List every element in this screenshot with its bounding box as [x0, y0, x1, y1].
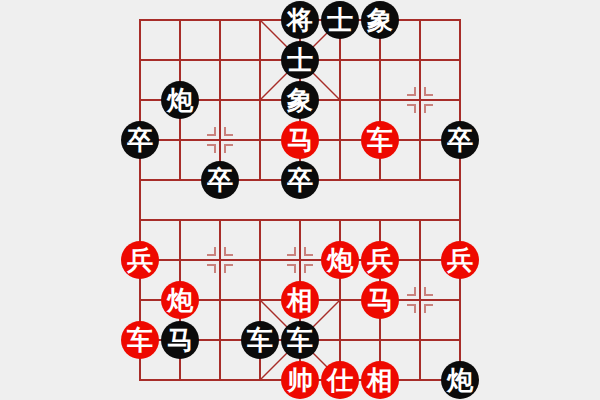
piece-black-elephant[interactable]: 象 [361, 1, 399, 39]
piece-black-cannon[interactable]: 炮 [161, 81, 199, 119]
piece-black-soldier[interactable]: 卒 [441, 121, 479, 159]
piece-red-chariot[interactable]: 车 [361, 121, 399, 159]
piece-red-soldier[interactable]: 兵 [441, 241, 479, 279]
piece-black-soldier[interactable]: 卒 [121, 121, 159, 159]
piece-black-advisor[interactable]: 士 [281, 41, 319, 79]
xiangqi-board: 将士象士炮象卒马车卒卒卒兵炮兵兵炮相马车马车车帅仕相炮 [0, 0, 600, 400]
piece-black-general[interactable]: 将 [281, 1, 319, 39]
piece-red-horse[interactable]: 马 [281, 121, 319, 159]
piece-red-cannon[interactable]: 炮 [161, 281, 199, 319]
piece-black-chariot[interactable]: 车 [281, 321, 319, 359]
piece-red-elephant[interactable]: 相 [281, 281, 319, 319]
piece-black-horse[interactable]: 马 [161, 321, 199, 359]
piece-red-chariot[interactable]: 车 [121, 321, 159, 359]
piece-red-general[interactable]: 帅 [281, 361, 319, 399]
piece-black-chariot[interactable]: 车 [241, 321, 279, 359]
piece-red-horse[interactable]: 马 [361, 281, 399, 319]
piece-black-advisor[interactable]: 士 [321, 1, 359, 39]
piece-black-cannon[interactable]: 炮 [441, 361, 479, 399]
piece-red-soldier[interactable]: 兵 [121, 241, 159, 279]
piece-black-elephant[interactable]: 象 [281, 81, 319, 119]
piece-red-elephant[interactable]: 相 [361, 361, 399, 399]
piece-black-soldier[interactable]: 卒 [281, 161, 319, 199]
piece-red-cannon[interactable]: 炮 [321, 241, 359, 279]
piece-black-soldier[interactable]: 卒 [201, 161, 239, 199]
piece-red-advisor[interactable]: 仕 [321, 361, 359, 399]
piece-red-soldier[interactable]: 兵 [361, 241, 399, 279]
